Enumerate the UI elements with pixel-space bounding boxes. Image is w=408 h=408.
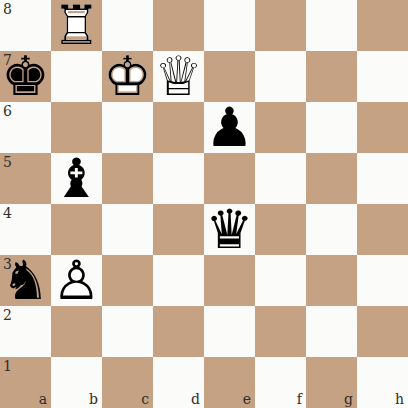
square-a4[interactable]: 4	[0, 204, 51, 255]
square-a8[interactable]: 8	[0, 0, 51, 51]
square-g4[interactable]	[306, 204, 357, 255]
square-g3[interactable]	[306, 255, 357, 306]
file-label-c: c	[141, 392, 149, 406]
square-b4[interactable]	[51, 204, 102, 255]
square-g8[interactable]	[306, 0, 357, 51]
square-f5[interactable]	[255, 153, 306, 204]
square-b6[interactable]	[51, 102, 102, 153]
rank-label-1: 1	[3, 359, 12, 373]
black-queen[interactable]: ♛	[204, 204, 255, 255]
square-c5[interactable]	[102, 153, 153, 204]
white-queen-outline: ♕	[153, 51, 204, 102]
rank-label-5: 5	[3, 155, 12, 169]
square-d6[interactable]	[153, 102, 204, 153]
square-f8[interactable]	[255, 0, 306, 51]
square-a6[interactable]: 6	[0, 102, 51, 153]
rank-label-4: 4	[3, 206, 12, 220]
square-c6[interactable]	[102, 102, 153, 153]
square-d4[interactable]	[153, 204, 204, 255]
square-e2[interactable]	[204, 306, 255, 357]
square-f1[interactable]: f	[255, 357, 306, 408]
square-d2[interactable]	[153, 306, 204, 357]
square-c4[interactable]	[102, 204, 153, 255]
square-a5[interactable]: 5	[0, 153, 51, 204]
square-c3[interactable]	[102, 255, 153, 306]
square-c2[interactable]	[102, 306, 153, 357]
square-g5[interactable]	[306, 153, 357, 204]
chess-board: 8♜♖7♚♚♔♛♕6♟5♝4♛3♞♟♙21abcdefgh	[0, 0, 408, 408]
square-g2[interactable]	[306, 306, 357, 357]
square-f7[interactable]	[255, 51, 306, 102]
square-f3[interactable]	[255, 255, 306, 306]
square-b2[interactable]	[51, 306, 102, 357]
white-rook-outline: ♖	[51, 0, 102, 51]
square-b3[interactable]: ♟♙	[51, 255, 102, 306]
white-king-outline: ♔	[102, 51, 153, 102]
square-d8[interactable]	[153, 0, 204, 51]
square-h5[interactable]	[357, 153, 408, 204]
square-b1[interactable]: b	[51, 357, 102, 408]
square-h8[interactable]	[357, 0, 408, 51]
file-label-e: e	[243, 392, 251, 406]
square-a2[interactable]: 2	[0, 306, 51, 357]
black-knight[interactable]: ♞	[0, 255, 51, 306]
square-h3[interactable]	[357, 255, 408, 306]
white-pawn[interactable]: ♟♙	[51, 255, 102, 306]
square-e6[interactable]: ♟	[204, 102, 255, 153]
white-queen[interactable]: ♛♕	[153, 51, 204, 102]
square-c1[interactable]: c	[102, 357, 153, 408]
square-e7[interactable]	[204, 51, 255, 102]
square-e8[interactable]	[204, 0, 255, 51]
square-d1[interactable]: d	[153, 357, 204, 408]
square-b8[interactable]: ♜♖	[51, 0, 102, 51]
square-e5[interactable]	[204, 153, 255, 204]
square-a1[interactable]: 1a	[0, 357, 51, 408]
file-label-g: g	[344, 392, 353, 406]
white-pawn-outline: ♙	[51, 255, 102, 306]
square-g6[interactable]	[306, 102, 357, 153]
square-d7[interactable]: ♛♕	[153, 51, 204, 102]
square-d5[interactable]	[153, 153, 204, 204]
white-king[interactable]: ♚♔	[102, 51, 153, 102]
square-h4[interactable]	[357, 204, 408, 255]
white-rook[interactable]: ♜♖	[51, 0, 102, 51]
square-g1[interactable]: g	[306, 357, 357, 408]
rank-label-8: 8	[3, 2, 12, 16]
square-f4[interactable]	[255, 204, 306, 255]
square-e4[interactable]: ♛	[204, 204, 255, 255]
square-d3[interactable]	[153, 255, 204, 306]
square-a7[interactable]: 7♚	[0, 51, 51, 102]
square-c7[interactable]: ♚♔	[102, 51, 153, 102]
square-b7[interactable]	[51, 51, 102, 102]
black-pawn[interactable]: ♟	[204, 102, 255, 153]
file-label-d: d	[191, 392, 200, 406]
square-f6[interactable]	[255, 102, 306, 153]
square-e3[interactable]	[204, 255, 255, 306]
black-bishop[interactable]: ♝	[51, 153, 102, 204]
file-label-b: b	[89, 392, 98, 406]
square-b5[interactable]: ♝	[51, 153, 102, 204]
square-a3[interactable]: 3♞	[0, 255, 51, 306]
square-h1[interactable]: h	[357, 357, 408, 408]
square-c8[interactable]	[102, 0, 153, 51]
black-king[interactable]: ♚	[0, 51, 51, 102]
square-f2[interactable]	[255, 306, 306, 357]
file-label-f: f	[297, 392, 302, 406]
square-e1[interactable]: e	[204, 357, 255, 408]
square-h2[interactable]	[357, 306, 408, 357]
square-g7[interactable]	[306, 51, 357, 102]
rank-label-6: 6	[3, 104, 12, 118]
file-label-a: a	[39, 392, 47, 406]
square-h6[interactable]	[357, 102, 408, 153]
file-label-h: h	[395, 392, 404, 406]
rank-label-2: 2	[3, 308, 12, 322]
square-h7[interactable]	[357, 51, 408, 102]
